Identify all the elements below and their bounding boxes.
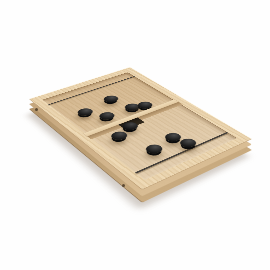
puck — [143, 143, 166, 155]
puck — [108, 130, 130, 142]
side-rail-hole — [122, 184, 125, 187]
side-rail-hole — [35, 108, 38, 111]
product-photo-scene — [0, 0, 270, 270]
